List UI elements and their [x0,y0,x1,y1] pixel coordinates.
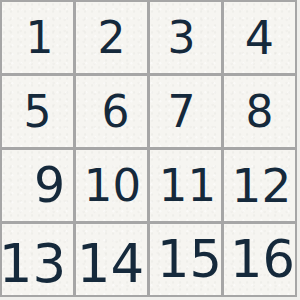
cell-number: 7 [168,90,196,134]
cell-number: 1 [26,16,54,60]
cell-number: 5 [24,90,52,134]
cell-number: 4 [245,15,274,61]
cell-1[interactable]: 1 [2,2,73,73]
cell-13[interactable]: 13 [2,224,73,295]
cell-8[interactable]: 8 [224,76,295,147]
cell-12[interactable]: 12 [224,150,295,221]
cell-10[interactable]: 10 [76,150,147,221]
cell-number: 14 [77,237,144,290]
cell-number: 9 [34,161,65,210]
cell-number: 10 [84,163,141,208]
cell-9[interactable]: 9 [2,150,73,221]
cell-number: 13 [2,237,66,290]
cell-3[interactable]: 3 [150,2,221,73]
cell-2[interactable]: 2 [76,2,147,73]
cell-number: 3 [168,16,196,60]
cell-number: 2 [98,16,126,60]
cell-5[interactable]: 5 [2,76,73,147]
number-grid-board: 12345678910111213141516 [0,0,297,297]
cell-number: 8 [246,90,274,134]
cell-6[interactable]: 6 [76,76,147,147]
cell-number: 12 [232,162,292,209]
cell-number: 15 [157,234,221,285]
cell-number: 16 [230,234,295,285]
cell-number: 6 [102,90,130,134]
cell-15[interactable]: 15 [150,224,221,295]
cell-number: 11 [159,163,216,208]
cell-16[interactable]: 16 [224,224,295,295]
cell-14[interactable]: 14 [76,224,147,295]
cell-7[interactable]: 7 [150,76,221,147]
cell-11[interactable]: 11 [150,150,221,221]
cell-4[interactable]: 4 [224,2,295,73]
